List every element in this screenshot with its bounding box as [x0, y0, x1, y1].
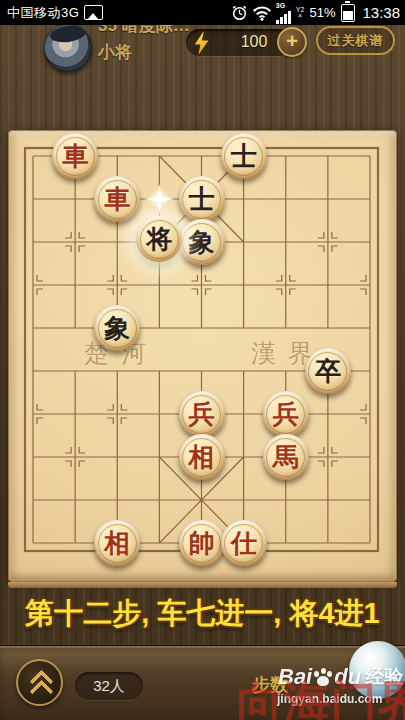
alarm-clock-icon	[231, 4, 248, 21]
piece-glyph: 士	[189, 186, 215, 212]
red-watermark: 向海门界	[236, 672, 405, 720]
signal-bars-icon: 3G	[276, 2, 291, 24]
wifi-icon	[252, 5, 272, 21]
expand-menu-button[interactable]	[16, 659, 63, 706]
gallery-notification-icon	[84, 5, 103, 20]
piece-red-兵[interactable]: 兵	[179, 391, 225, 437]
move-banner: 第十二步, 车七进一, 将4进1	[0, 582, 405, 645]
app-root: 35 暗度陈… 小将 100 + 过关棋谱 楚河 漢界 車士車士将象象卒兵兵相馬…	[0, 0, 405, 720]
piece-glyph: 帥	[189, 530, 215, 556]
player-rank: 小将	[98, 41, 132, 64]
piece-glyph: 卒	[315, 358, 341, 384]
clock-time: 13:38	[362, 4, 400, 21]
piece-red-馬[interactable]: 馬	[263, 434, 309, 480]
piece-red-仕[interactable]: 仕	[221, 520, 267, 566]
piece-black-卒[interactable]: 卒	[305, 348, 351, 394]
piece-glyph: 車	[62, 143, 88, 169]
piece-red-相[interactable]: 相	[94, 520, 140, 566]
players-count-badge: 32人	[75, 672, 143, 700]
piece-black-将[interactable]: 将	[136, 216, 182, 262]
move-text: 第十二步, 车七进一, 将4进1	[0, 594, 405, 634]
piece-red-相[interactable]: 相	[179, 434, 225, 480]
piece-glyph: 象	[189, 229, 215, 255]
piece-black-士[interactable]: 士	[221, 133, 267, 179]
piece-glyph: 仕	[231, 530, 257, 556]
piece-black-象[interactable]: 象	[179, 219, 225, 265]
xiangqi-board: 楚河 漢界 車士車士将象象卒兵兵相馬相帥仕	[8, 130, 397, 582]
sim2-no-signal-icon: Y2 ×	[296, 7, 305, 19]
piece-glyph: 相	[104, 530, 130, 556]
piece-glyph: 兵	[273, 401, 299, 427]
piece-glyph: 象	[104, 315, 130, 341]
piece-red-車[interactable]: 車	[52, 133, 98, 179]
piece-glyph: 兵	[189, 401, 215, 427]
piece-glyph: 馬	[273, 444, 299, 470]
add-energy-button[interactable]: +	[277, 27, 307, 57]
piece-red-兵[interactable]: 兵	[263, 391, 309, 437]
piece-glyph: 将	[146, 226, 172, 252]
puzzle-records-button[interactable]: 过关棋谱	[316, 26, 395, 55]
board-bevel	[8, 582, 397, 588]
piece-black-象[interactable]: 象	[94, 305, 140, 351]
battery-icon	[341, 4, 355, 22]
piece-black-士[interactable]: 士	[179, 176, 225, 222]
piece-red-帥[interactable]: 帥	[179, 520, 225, 566]
piece-glyph: 士	[231, 143, 257, 169]
carrier-label: 中国移动3G	[7, 4, 79, 22]
avatar[interactable]	[44, 24, 92, 72]
status-bar: 中国移动3G 3G Y2	[0, 0, 405, 25]
piece-red-車[interactable]: 車	[94, 176, 140, 222]
piece-glyph: 車	[104, 186, 130, 212]
piece-glyph: 相	[189, 444, 215, 470]
battery-percent: 51%	[309, 5, 335, 20]
lightning-icon	[192, 31, 211, 55]
